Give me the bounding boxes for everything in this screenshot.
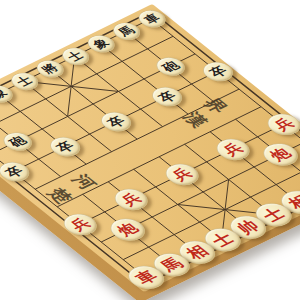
piece-label: 車	[142, 12, 163, 25]
piece-label: 馬	[116, 25, 137, 38]
xiangqi-board: 楚河漢界 車馬象士將士象馬車砲砲卒卒卒卒卒兵兵兵兵兵炮炮車馬相士帅士相馬車	[0, 4, 300, 292]
piece-label: 士	[65, 50, 86, 63]
piece-label: 帅	[234, 218, 262, 236]
piece-label: 士	[14, 75, 35, 88]
piece-label: 砲	[6, 134, 28, 148]
scene: 楚河漢界 車馬象士將士象馬車砲砲卒卒卒卒卒兵兵兵兵兵炮炮車馬相士帅士相馬車	[0, 0, 300, 300]
board-surface[interactable]: 楚河漢界 車馬象士將士象馬車砲砲卒卒卒卒卒兵兵兵兵兵炮炮車馬相士帅士相馬車	[0, 4, 300, 292]
piece-label: 兵	[220, 141, 246, 158]
piece-label: 炮	[114, 221, 141, 238]
piece-label: 象	[91, 37, 112, 50]
piece-label: 士	[259, 206, 287, 224]
piece-label: 兵	[67, 216, 93, 233]
piece-label: 士	[208, 231, 236, 249]
piece-label: 卒	[3, 164, 26, 179]
piece-label: 馬	[157, 256, 185, 274]
piece-label: 兵	[169, 166, 195, 183]
piece-label: 炮	[267, 146, 294, 163]
piece-label: 卒	[104, 114, 127, 129]
piece-label: 兵	[271, 116, 297, 133]
piece-label: 車	[132, 268, 160, 286]
piece-label: 砲	[159, 59, 181, 73]
piece-label: 相	[183, 243, 211, 261]
piece-label: 將	[40, 62, 61, 75]
board-grid	[0, 4, 300, 292]
piece-label: 卒	[206, 64, 229, 79]
piece-label: 卒	[54, 139, 77, 154]
piece-label: 象	[0, 87, 10, 100]
piece-label: 卒	[155, 89, 178, 104]
piece-label: 兵	[118, 191, 144, 208]
